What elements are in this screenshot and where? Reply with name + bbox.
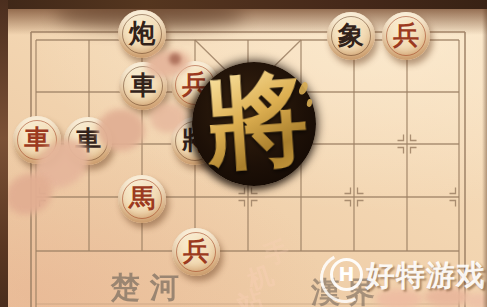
piece-glyph: 炮: [129, 20, 155, 46]
check-announcement-badge: 將: [192, 62, 316, 186]
piece-glyph: 象: [338, 22, 364, 48]
watermark-logo-circle: H: [330, 258, 363, 291]
blur-smudge: [150, 103, 186, 133]
piece-glyph: 兵: [183, 238, 209, 264]
watermark-site-name: 好特游戏: [366, 256, 486, 296]
piece-glyph: 車: [130, 72, 156, 98]
blur-smudge: [97, 109, 145, 151]
watermark-logo-letter: H: [339, 265, 355, 284]
piece-red-horse[interactable]: 馬: [118, 175, 166, 223]
blur-smudge: [169, 53, 181, 65]
piece-black-elephant[interactable]: 象: [327, 12, 375, 60]
piece-red-soldier-c[interactable]: 兵: [172, 228, 220, 276]
board-frame-top: [0, 0, 487, 9]
check-glyph: 將: [202, 65, 311, 174]
piece-red-soldier-b[interactable]: 兵: [382, 12, 430, 60]
piece-glyph: 馬: [129, 185, 155, 211]
piece-glyph: 兵: [393, 22, 419, 48]
xiangqi-game-screen: 楚河 漢界 炮象兵兵車車車將馬兵 將 手 机 站 H 好特游戏: [0, 0, 487, 307]
river-label-chu-he: 楚河: [111, 268, 189, 307]
board-frame-left: [0, 0, 8, 307]
board-frame-right: [482, 0, 487, 307]
piece-black-cannon[interactable]: 炮: [118, 10, 166, 58]
